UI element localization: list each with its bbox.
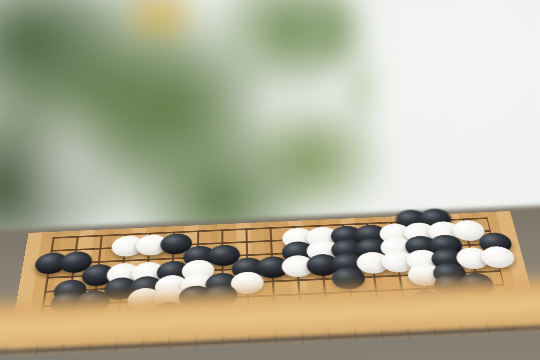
board-assembly bbox=[0, 0, 540, 360]
go-game-photo bbox=[0, 0, 540, 360]
